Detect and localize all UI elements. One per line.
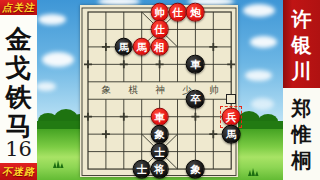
piece-red-炮[interactable]: 炮 (186, 3, 205, 22)
piece-black-馬[interactable]: 馬 (222, 125, 241, 144)
cloud-icon (251, 98, 274, 110)
piece-black-士[interactable]: 士 (132, 160, 151, 179)
piece-red-相[interactable]: 相 (150, 38, 169, 57)
dont-get-lost-banner: 不迷路 (0, 163, 37, 180)
episode-number: 16 (0, 137, 37, 161)
piece-black-卒[interactable]: 卒 (186, 90, 205, 109)
black-player-name: 郑惟桐 (283, 88, 320, 173)
piece-red-馬[interactable]: 馬 (132, 38, 151, 57)
cloud-icon (245, 70, 272, 81)
cloud-icon (250, 36, 277, 48)
grass-tuft-icon (248, 168, 260, 176)
grass-tuft-icon (53, 160, 65, 168)
cloud-icon (38, 14, 66, 25)
red-player-block: 许银川 (283, 0, 320, 88)
cloud-icon (36, 82, 56, 91)
cloud-icon (243, 4, 275, 17)
piece-red-仕[interactable]: 仕 (168, 3, 187, 22)
piece-black-車[interactable]: 車 (186, 55, 205, 74)
left-panel: 点关注 金戈铁马 16 不迷路 (0, 0, 37, 180)
piece-red-帅[interactable]: 帅 (150, 3, 169, 22)
piece-red-兵[interactable]: 兵 (222, 107, 241, 126)
piece-red-仕[interactable]: 仕 (150, 20, 169, 39)
pieces-layer: 帅仕炮仕馬馬相車卒車兵象馬士士将象 (80, 5, 238, 177)
piece-black-士[interactable]: 士 (150, 142, 169, 161)
piece-red-車[interactable]: 車 (150, 107, 169, 126)
red-player-name: 许银川 (283, 0, 320, 84)
xiangqi-board[interactable]: 象棋神少帅 帅仕炮仕馬馬相車卒車兵象馬士士将象 (80, 5, 238, 177)
piece-black-象[interactable]: 象 (186, 160, 205, 179)
video-thumbnail[interactable]: 象棋神少帅 帅仕炮仕馬馬相車卒車兵象馬士士将象 点关注 金戈铁马 16 不迷路 … (0, 0, 320, 180)
piece-black-将[interactable]: 将 (150, 160, 169, 179)
piece-black-馬[interactable]: 馬 (115, 38, 134, 57)
series-title: 金戈铁马 (0, 25, 37, 141)
follow-banner: 点关注 (0, 0, 37, 15)
right-panel: 许银川 郑惟桐 (283, 0, 320, 180)
cloud-icon (42, 52, 74, 67)
piece-black-象[interactable]: 象 (150, 125, 169, 144)
black-player-block: 郑惟桐 (283, 88, 320, 180)
